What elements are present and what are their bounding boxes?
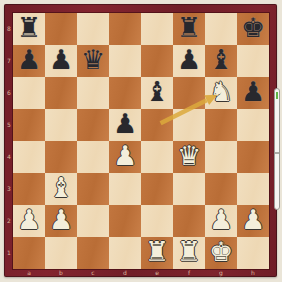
square-c1[interactable] (77, 237, 109, 269)
page: { "game": "chess", "position": "r4r1k/pp… (0, 0, 282, 282)
square-a1[interactable] (13, 237, 45, 269)
square-h6[interactable]: ♟ (237, 77, 269, 109)
square-f1[interactable]: ♜ (173, 237, 205, 269)
square-h5[interactable] (237, 109, 269, 141)
square-e4[interactable] (141, 141, 173, 173)
square-g6[interactable]: ♞ (205, 77, 237, 109)
white-pawn-b2[interactable]: ♟ (49, 204, 73, 236)
square-d5[interactable]: ♟ (109, 109, 141, 141)
square-e1[interactable]: ♜ (141, 237, 173, 269)
square-h4[interactable] (237, 141, 269, 173)
square-a6[interactable] (13, 77, 45, 109)
square-f5[interactable] (173, 109, 205, 141)
white-rook-f1[interactable]: ♜ (177, 236, 201, 268)
square-b1[interactable] (45, 237, 77, 269)
square-f7[interactable]: ♟ (173, 45, 205, 77)
square-b6[interactable] (45, 77, 77, 109)
white-bishop-b3[interactable]: ♝ (49, 172, 73, 204)
square-c2[interactable] (77, 205, 109, 237)
black-bishop-e6[interactable]: ♝ (145, 76, 169, 108)
square-c3[interactable] (77, 173, 109, 205)
square-a2[interactable]: ♟ (13, 205, 45, 237)
square-c5[interactable] (77, 109, 109, 141)
square-h2[interactable]: ♟ (237, 205, 269, 237)
black-pawn-h6[interactable]: ♟ (241, 76, 265, 108)
square-c8[interactable] (77, 13, 109, 45)
square-b8[interactable] (45, 13, 77, 45)
square-h8[interactable]: ♚ (237, 13, 269, 45)
square-g8[interactable] (205, 13, 237, 45)
white-rook-e1[interactable]: ♜ (145, 236, 169, 268)
black-bishop-g7[interactable]: ♝ (209, 44, 233, 76)
black-rook-a8[interactable]: ♜ (17, 12, 41, 44)
square-d1[interactable] (109, 237, 141, 269)
square-g2[interactable]: ♟ (205, 205, 237, 237)
square-d7[interactable] (109, 45, 141, 77)
white-pawn-a2[interactable]: ♟ (17, 204, 41, 236)
scrollbar-green-segment (276, 92, 278, 99)
square-f2[interactable] (173, 205, 205, 237)
square-f6[interactable] (173, 77, 205, 109)
square-f3[interactable] (173, 173, 205, 205)
scrollbar-mid-mark (275, 152, 279, 154)
square-e3[interactable] (141, 173, 173, 205)
square-f4[interactable]: ♛ (173, 141, 205, 173)
black-pawn-b7[interactable]: ♟ (49, 44, 73, 76)
black-pawn-a7[interactable]: ♟ (17, 44, 41, 76)
white-pawn-h2[interactable]: ♟ (241, 204, 265, 236)
square-c6[interactable] (77, 77, 109, 109)
square-a5[interactable] (13, 109, 45, 141)
square-e2[interactable] (141, 205, 173, 237)
side-scrollbar[interactable] (274, 88, 280, 210)
black-pawn-d5[interactable]: ♟ (113, 108, 137, 140)
square-d3[interactable] (109, 173, 141, 205)
square-c4[interactable] (77, 141, 109, 173)
square-e7[interactable] (141, 45, 173, 77)
square-g3[interactable] (205, 173, 237, 205)
white-knight-g6[interactable]: ♞ (209, 76, 233, 108)
square-h1[interactable] (237, 237, 269, 269)
square-d4[interactable]: ♟ (109, 141, 141, 173)
square-b2[interactable]: ♟ (45, 205, 77, 237)
square-b4[interactable] (45, 141, 77, 173)
black-queen-c7[interactable]: ♛ (81, 44, 105, 76)
square-d6[interactable] (109, 77, 141, 109)
square-e5[interactable] (141, 109, 173, 141)
square-d2[interactable] (109, 205, 141, 237)
square-a4[interactable] (13, 141, 45, 173)
square-g7[interactable]: ♝ (205, 45, 237, 77)
square-c7[interactable]: ♛ (77, 45, 109, 77)
square-g5[interactable] (205, 109, 237, 141)
black-rook-f8[interactable]: ♜ (177, 12, 201, 44)
square-g4[interactable] (205, 141, 237, 173)
square-a7[interactable]: ♟ (13, 45, 45, 77)
square-a8[interactable]: ♜ (13, 13, 45, 45)
white-pawn-g2[interactable]: ♟ (209, 204, 233, 236)
white-king-g1[interactable]: ♚ (209, 236, 233, 268)
square-a3[interactable] (13, 173, 45, 205)
black-pawn-f7[interactable]: ♟ (177, 44, 201, 76)
square-g1[interactable]: ♚ (205, 237, 237, 269)
square-h7[interactable] (237, 45, 269, 77)
board: ♜♜♚♟♟♛♟♝♝♞♟♟♟♛♝♟♟♟♟♜♜♚ (13, 13, 269, 269)
square-b7[interactable]: ♟ (45, 45, 77, 77)
square-f8[interactable]: ♜ (173, 13, 205, 45)
white-pawn-d4[interactable]: ♟ (113, 140, 137, 172)
white-queen-f4[interactable]: ♛ (177, 140, 201, 172)
square-d8[interactable] (109, 13, 141, 45)
square-e8[interactable] (141, 13, 173, 45)
square-e6[interactable]: ♝ (141, 77, 173, 109)
square-b3[interactable]: ♝ (45, 173, 77, 205)
black-king-h8[interactable]: ♚ (241, 12, 265, 44)
square-b5[interactable] (45, 109, 77, 141)
square-h3[interactable] (237, 173, 269, 205)
